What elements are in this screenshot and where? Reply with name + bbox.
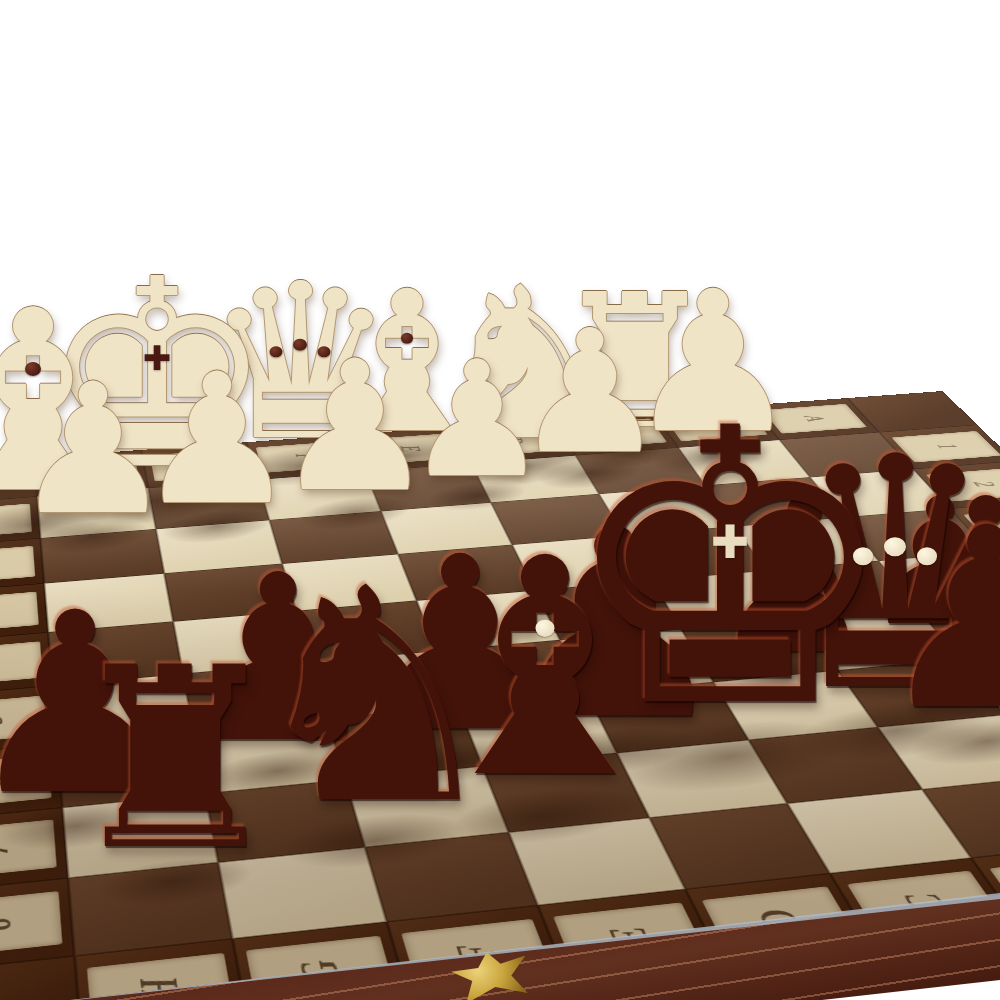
black-king-cream-cross-finial: ✚ xyxy=(711,519,750,565)
chess-set-photo: HGFEDCBA1122334455667788HGFEDCBA ♝♟♚♟♛♟♝… xyxy=(0,0,1000,1000)
white-pawn-g2: ♟ xyxy=(12,360,173,540)
rank-number: 8 xyxy=(0,915,22,934)
white-king-dark-cross-finial: ✚ xyxy=(143,341,172,375)
black-queen-cream-ball xyxy=(853,547,873,565)
white-pawn-e2: ♟ xyxy=(274,337,435,517)
white-bishop-dark-ball xyxy=(25,362,41,376)
white-bishop-dark-ball xyxy=(401,333,413,344)
black-rook-h8: ♜ xyxy=(63,635,287,885)
black-queen-cream-ball xyxy=(917,547,937,565)
black-bishop-cream-ball xyxy=(536,620,555,637)
border-corner xyxy=(0,956,82,1000)
